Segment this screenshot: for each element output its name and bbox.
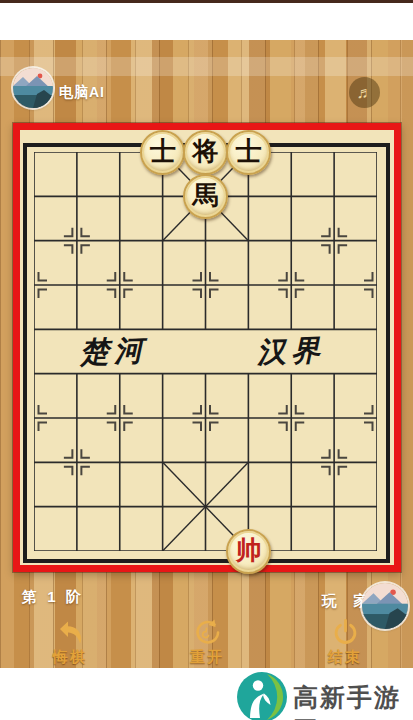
end-game-button[interactable]: 结束 [308, 618, 382, 672]
river-band: 楚河 汉界 [34, 330, 377, 373]
restart-button-label: 重开 [190, 648, 224, 667]
gaoxin-logo [237, 672, 287, 720]
piece-士-d10[interactable]: 士 [140, 130, 185, 175]
music-toggle-button[interactable]: ♬ [349, 77, 380, 108]
opponent-name-label: 电脑AI [59, 84, 105, 102]
restart-game-button[interactable]: 重开 [170, 618, 244, 672]
piece-士-f10[interactable]: 士 [226, 130, 271, 175]
undo-arrow-icon [56, 618, 85, 647]
piece-馬-e9[interactable]: 馬 [183, 174, 228, 219]
undo-move-button[interactable]: 悔棋 [33, 618, 107, 672]
river-right-text: 汉界 [256, 330, 325, 372]
piece-帅-f1[interactable]: 帅 [226, 529, 271, 574]
music-note-icon: ♬ [357, 84, 373, 102]
watermark-site-name: 高新手游网 [293, 681, 413, 720]
restart-icon [193, 618, 222, 647]
end-button-label: 结束 [328, 648, 362, 667]
river-left-text: 楚河 [79, 330, 148, 372]
opponent-avatar [13, 68, 53, 108]
top-white-band [0, 3, 413, 40]
power-icon [331, 618, 360, 647]
undo-button-label: 悔棋 [53, 648, 87, 667]
xiangqi-game-screen: 电脑AI ♬ 楚河 汉界 士将士馬帅 第 1 阶 玩 家 悔棋 [0, 0, 413, 720]
wood-highlight-band [0, 57, 413, 76]
piece-将-e10[interactable]: 将 [183, 130, 228, 175]
stage-label: 第 1 阶 [22, 588, 84, 607]
